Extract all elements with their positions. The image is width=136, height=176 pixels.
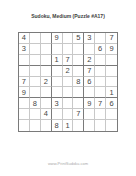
- cell-r9c3-empty: [41, 120, 52, 131]
- cell-r6c8-empty: [95, 87, 106, 98]
- cell-r4c7-given-7: 7: [84, 66, 95, 77]
- cell-r2c2-empty: [30, 44, 41, 55]
- cell-r3c3-empty: [41, 55, 52, 66]
- cell-r1c5-empty: [63, 33, 74, 44]
- cell-r9c2-empty: [30, 120, 41, 131]
- cell-r5c5-empty: [63, 77, 74, 88]
- cell-r7c6-empty: [73, 98, 84, 109]
- cell-r9c8-empty: [95, 120, 106, 131]
- cell-r4c3-empty: [41, 66, 52, 77]
- cell-r2c6-empty: [73, 44, 84, 55]
- cell-r4c5-given-2: 2: [63, 66, 74, 77]
- cell-r9c4-given-8: 8: [52, 120, 63, 131]
- footer-url: www.PrintSudoku.com: [0, 161, 136, 166]
- sudoku-page: Sudoku, Medium (Puzzle #A17) 49537369172…: [0, 0, 136, 176]
- cell-r6c3-empty: [41, 87, 52, 98]
- cell-r1c7-given-3: 3: [84, 33, 95, 44]
- cell-r5c3-given-2: 2: [41, 77, 52, 88]
- cell-r8c7-empty: [84, 109, 95, 120]
- cell-r9c7-empty: [84, 120, 95, 131]
- cell-r8c2-empty: [30, 109, 41, 120]
- cell-r1c6-given-5: 5: [73, 33, 84, 44]
- cell-r6c7-empty: [84, 87, 95, 98]
- cell-r5c4-empty: [52, 77, 63, 88]
- cell-r1c9-given-7: 7: [106, 33, 117, 44]
- cell-r4c8-empty: [95, 66, 106, 77]
- cell-r3c4-given-1: 1: [52, 55, 63, 66]
- cell-r8c9-empty: [106, 109, 117, 120]
- cell-r5c8-empty: [95, 77, 106, 88]
- cell-r1c2-empty: [30, 33, 41, 44]
- page-title: Sudoku, Medium (Puzzle #A17): [0, 13, 136, 19]
- cell-r1c4-given-9: 9: [52, 33, 63, 44]
- sudoku-grid: 4953736917227728691839764781: [18, 32, 118, 132]
- cell-r2c9-given-9: 9: [106, 44, 117, 55]
- cell-r7c7-given-9: 9: [84, 98, 95, 109]
- cell-r6c9-given-1: 1: [106, 87, 117, 98]
- cell-r5c1-given-7: 7: [19, 77, 30, 88]
- cell-r6c6-empty: [73, 87, 84, 98]
- cell-r2c5-empty: [63, 44, 74, 55]
- cell-r5c2-empty: [30, 77, 41, 88]
- cell-r9c9-empty: [106, 120, 117, 131]
- cell-r7c8-given-7: 7: [95, 98, 106, 109]
- cell-r4c6-empty: [73, 66, 84, 77]
- cell-r8c1-empty: [19, 109, 30, 120]
- cell-r1c1-given-4: 4: [19, 33, 30, 44]
- cell-r4c2-empty: [30, 66, 41, 77]
- cell-r5c6-given-8: 8: [73, 77, 84, 88]
- cell-r4c9-empty: [106, 66, 117, 77]
- cell-r8c5-empty: [63, 109, 74, 120]
- cell-r8c8-empty: [95, 109, 106, 120]
- cell-r3c9-empty: [106, 55, 117, 66]
- cell-r6c5-empty: [63, 87, 74, 98]
- cell-r2c7-empty: [84, 44, 95, 55]
- cell-r7c2-given-8: 8: [30, 98, 41, 109]
- cell-r6c2-empty: [30, 87, 41, 98]
- cell-r2c8-given-6: 6: [95, 44, 106, 55]
- cell-r7c4-given-3: 3: [52, 98, 63, 109]
- cell-r9c5-given-1: 1: [63, 120, 74, 131]
- cell-r2c4-empty: [52, 44, 63, 55]
- cell-r3c6-empty: [73, 55, 84, 66]
- cell-r7c5-empty: [63, 98, 74, 109]
- cell-r3c1-empty: [19, 55, 30, 66]
- cell-r8c6-given-7: 7: [73, 109, 84, 120]
- cell-r3c8-empty: [95, 55, 106, 66]
- cell-r9c1-empty: [19, 120, 30, 131]
- cell-r9c6-empty: [73, 120, 84, 131]
- cell-r7c1-empty: [19, 98, 30, 109]
- cell-r5c7-given-6: 6: [84, 77, 95, 88]
- cell-r4c4-empty: [52, 66, 63, 77]
- cell-r7c3-empty: [41, 98, 52, 109]
- cell-r4c1-empty: [19, 66, 30, 77]
- cell-r6c1-given-9: 9: [19, 87, 30, 98]
- cell-r3c7-given-2: 2: [84, 55, 95, 66]
- cell-r1c3-empty: [41, 33, 52, 44]
- cell-r8c4-empty: [52, 109, 63, 120]
- cell-r6c4-empty: [52, 87, 63, 98]
- cell-r2c1-given-3: 3: [19, 44, 30, 55]
- cell-r7c9-given-6: 6: [106, 98, 117, 109]
- cell-r2c3-empty: [41, 44, 52, 55]
- cell-r1c8-empty: [95, 33, 106, 44]
- cell-r8c3-given-4: 4: [41, 109, 52, 120]
- cell-r3c5-given-7: 7: [63, 55, 74, 66]
- cell-r3c2-empty: [30, 55, 41, 66]
- cell-r5c9-empty: [106, 77, 117, 88]
